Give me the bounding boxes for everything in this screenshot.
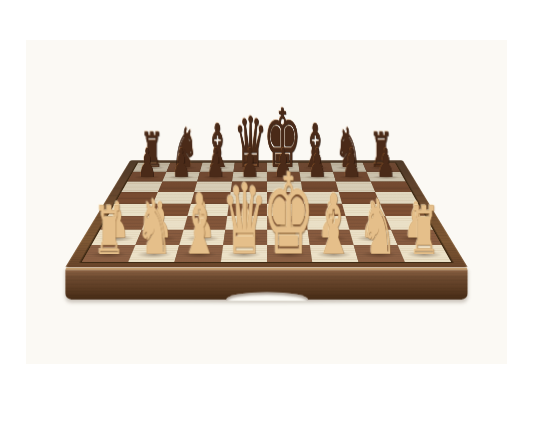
- board-front-edge: [65, 267, 468, 299]
- square-h1[interactable]: ♜: [398, 245, 451, 262]
- chess-board: ♜♞♝♛♚♝♞♜♟♟♟♟♟♟♟♟♟♟♟♟♟♟♟♟♜♞♝♛♚♝♞♜: [65, 160, 468, 267]
- board-squares: ♜♞♝♛♚♝♞♜♟♟♟♟♟♟♟♟♟♟♟♟♟♟♟♟♜♞♝♛♚♝♞♜: [82, 163, 451, 262]
- product-photo-canvas: ♜♞♝♛♚♝♞♜♟♟♟♟♟♟♟♟♟♟♟♟♟♟♟♟♜♞♝♛♚♝♞♜: [0, 0, 533, 436]
- thumb-notch: [226, 292, 308, 301]
- chessboard-scene: ♜♞♝♛♚♝♞♜♟♟♟♟♟♟♟♟♟♟♟♟♟♟♟♟♜♞♝♛♚♝♞♜: [104, 41, 429, 366]
